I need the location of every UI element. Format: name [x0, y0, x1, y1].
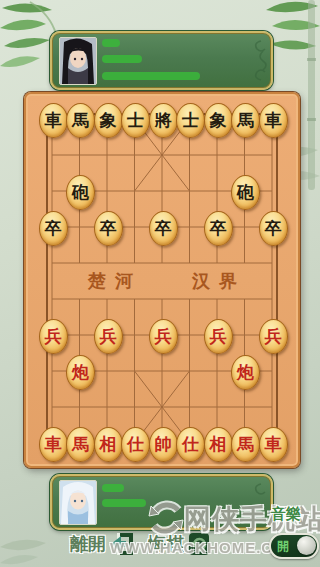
- door-exit-icon: [109, 531, 135, 557]
- piece-red-炮[interactable]: 炮: [66, 355, 95, 390]
- piece-black-將[interactable]: 將: [149, 103, 178, 138]
- piece-black-卒[interactable]: 卒: [39, 211, 68, 246]
- music-toggle-state: 開: [277, 538, 289, 555]
- piece-black-士[interactable]: 士: [121, 103, 150, 138]
- board-pieces: 車馬象士將士象馬車砲砲卒卒卒卒卒兵兵兵兵兵炮炮車馬相仕帥仕相馬車: [26, 94, 298, 466]
- piece-black-象[interactable]: 象: [204, 103, 233, 138]
- music-label: 音樂: [271, 505, 301, 524]
- piece-red-兵[interactable]: 兵: [94, 319, 123, 354]
- piece-red-車[interactable]: 車: [39, 427, 68, 462]
- piece-red-兵[interactable]: 兵: [149, 319, 178, 354]
- piece-red-馬[interactable]: 馬: [231, 427, 260, 462]
- piece-black-卒[interactable]: 卒: [94, 211, 123, 246]
- opponent-name-text: [102, 39, 120, 47]
- piece-red-帥[interactable]: 帥: [149, 427, 178, 462]
- undo-arrow-icon: [187, 531, 211, 557]
- piece-red-仕[interactable]: 仕: [176, 427, 205, 462]
- music-toggle-knob[interactable]: [297, 536, 316, 555]
- piece-black-卒[interactable]: 卒: [204, 211, 233, 246]
- piece-red-炮[interactable]: 炮: [231, 355, 260, 390]
- player-name-text: [102, 484, 124, 492]
- opponent-record-text: [102, 72, 200, 80]
- piece-black-象[interactable]: 象: [94, 103, 123, 138]
- music-toggle[interactable]: 開: [269, 533, 319, 559]
- leave-button[interactable]: 離開: [70, 531, 135, 557]
- undo-move-button[interactable]: 悔棋: [148, 531, 211, 557]
- piece-black-砲[interactable]: 砲: [66, 175, 95, 210]
- piece-black-車[interactable]: 車: [39, 103, 68, 138]
- piece-black-卒[interactable]: 卒: [259, 211, 288, 246]
- player-level-text: [102, 499, 146, 507]
- piece-red-車[interactable]: 車: [259, 427, 288, 462]
- piece-red-相[interactable]: 相: [94, 427, 123, 462]
- xiangqi-board[interactable]: 楚河 汉界 車馬象士將士象馬車砲砲卒卒卒卒卒兵兵兵兵兵炮炮車馬相仕帥仕相馬車: [24, 92, 300, 468]
- piece-black-士[interactable]: 士: [176, 103, 205, 138]
- piece-red-相[interactable]: 相: [204, 427, 233, 462]
- player-avatar[interactable]: [59, 480, 97, 525]
- opponent-level-text: [102, 55, 142, 63]
- panel-flourish: [233, 480, 267, 524]
- piece-black-馬[interactable]: 馬: [231, 103, 260, 138]
- leave-button-label: 離開: [70, 532, 106, 556]
- player-panel: [50, 474, 273, 530]
- undo-button-label: 悔棋: [148, 532, 184, 556]
- game-screen: 楚河 汉界 車馬象士將士象馬車砲砲卒卒卒卒卒兵兵兵兵兵炮炮車馬相仕帥仕相馬車: [0, 0, 320, 567]
- piece-red-兵[interactable]: 兵: [204, 319, 233, 354]
- opponent-panel: [50, 31, 273, 90]
- piece-black-卒[interactable]: 卒: [149, 211, 178, 246]
- piece-black-馬[interactable]: 馬: [66, 103, 95, 138]
- piece-black-砲[interactable]: 砲: [231, 175, 260, 210]
- panel-flourish: [233, 37, 267, 84]
- piece-red-馬[interactable]: 馬: [66, 427, 95, 462]
- opponent-avatar[interactable]: [59, 37, 97, 85]
- piece-red-兵[interactable]: 兵: [259, 319, 288, 354]
- piece-red-仕[interactable]: 仕: [121, 427, 150, 462]
- piece-red-兵[interactable]: 兵: [39, 319, 68, 354]
- piece-black-車[interactable]: 車: [259, 103, 288, 138]
